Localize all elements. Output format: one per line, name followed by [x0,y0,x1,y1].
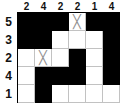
cell-r1c2[interactable] [35,13,52,31]
cell-r5c3[interactable] [52,85,69,103]
nonogram-puzzle: 2 4 2 2 1 4 5 3 2 4 1 ╳╳ [0,0,120,103]
cell-r5c6[interactable] [103,85,120,103]
cell-r3c6[interactable] [103,49,120,67]
cell-r4c6[interactable] [103,67,120,85]
cell-r2c4[interactable] [69,31,86,49]
cell-r1c6[interactable] [103,13,120,31]
row-clue-4: 4 [0,67,17,85]
cell-r1c3[interactable] [52,13,69,31]
cell-r1c4[interactable]: ╳ [69,13,86,31]
cell-r3c5[interactable] [86,49,103,67]
cell-r3c2[interactable]: ╳ [35,49,52,67]
cell-r1c1[interactable] [18,13,35,31]
row-clue-5: 1 [0,85,17,103]
x-mark-icon: ╳ [73,15,81,28]
cell-r2c1[interactable] [18,31,35,49]
cell-r4c2[interactable] [35,67,52,85]
cell-r4c3[interactable] [52,67,69,85]
cell-r5c4[interactable] [69,85,86,103]
cell-r2c2[interactable] [35,31,52,49]
cell-r1c5[interactable] [86,13,103,31]
cell-r3c3[interactable] [52,49,69,67]
cell-r2c3[interactable] [52,31,69,49]
row-clue-3: 2 [0,49,17,67]
cell-r5c2[interactable] [35,85,52,103]
cell-r5c1[interactable] [18,85,35,103]
cell-r3c1[interactable] [18,49,35,67]
row-clues: 5 3 2 4 1 [0,13,17,103]
cell-r2c6[interactable] [103,31,120,49]
cell-r4c1[interactable] [18,67,35,85]
x-mark-icon: ╳ [39,51,47,64]
cell-r2c5[interactable] [86,31,103,49]
cell-r3c4[interactable] [69,49,86,67]
cell-r5c5[interactable] [86,85,103,103]
nonogram-board: ╳╳ [17,12,120,103]
cell-r4c4[interactable] [69,67,86,85]
row-clue-1: 5 [0,13,17,31]
cell-r4c5[interactable] [86,67,103,85]
row-clue-2: 3 [0,31,17,49]
